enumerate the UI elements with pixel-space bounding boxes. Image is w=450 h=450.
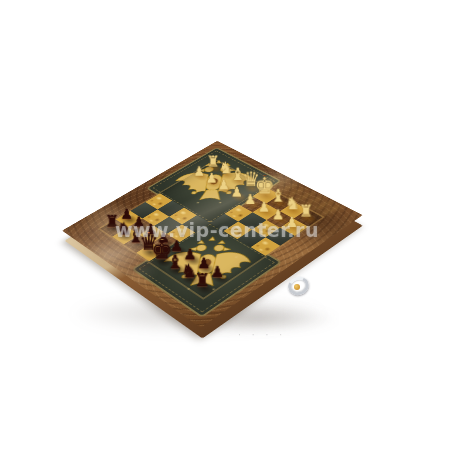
compression-artifact-dots: · · · · xyxy=(238,330,286,340)
clasp-icon xyxy=(288,277,309,295)
clasp-amber-inlay xyxy=(294,284,300,290)
product-photo: ♜♞♝♛♚♝♞♜♟♟♟♟♟♟♟♟♟♟♟♟♟♟♟♟♜♞♝♛♚♝♞♜ www.vip… xyxy=(0,0,450,450)
watermark-text: www.vip-center.ru xyxy=(115,219,319,241)
